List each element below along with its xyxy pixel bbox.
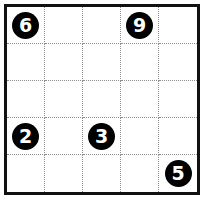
grid-cell-r5c5[interactable]: 5 xyxy=(159,155,197,192)
grid-cell-r4c5[interactable] xyxy=(159,118,197,155)
grid-cell-r3c1[interactable] xyxy=(7,81,45,118)
clue-circle: 5 xyxy=(165,160,192,187)
clue-circle: 3 xyxy=(88,123,115,150)
grid-cell-r1c2[interactable] xyxy=(45,7,83,44)
grid-cell-r3c2[interactable] xyxy=(45,81,83,118)
grid-cell-r4c2[interactable] xyxy=(45,118,83,155)
grid-cell-r3c4[interactable] xyxy=(121,81,159,118)
grid-cell-r4c4[interactable] xyxy=(121,118,159,155)
grid-cell-r2c3[interactable] xyxy=(83,44,121,81)
clue-circle: 2 xyxy=(12,123,39,150)
clue-circle: 9 xyxy=(126,12,153,39)
kuromasu-board: 69235 xyxy=(4,4,200,195)
grid-cell-r2c1[interactable] xyxy=(7,44,45,81)
puzzle-page: 69235 xyxy=(0,0,205,199)
grid-cell-r5c4[interactable] xyxy=(121,155,159,192)
grid-cell-r2c2[interactable] xyxy=(45,44,83,81)
grid-cell-r4c1[interactable]: 2 xyxy=(7,118,45,155)
grid-cell-r3c5[interactable] xyxy=(159,81,197,118)
grid-cell-r1c5[interactable] xyxy=(159,7,197,44)
grid-cell-r2c5[interactable] xyxy=(159,44,197,81)
grid-cell-r4c3[interactable]: 3 xyxy=(83,118,121,155)
grid-cell-r1c4[interactable]: 9 xyxy=(121,7,159,44)
clue-circle: 6 xyxy=(12,12,39,39)
grid-cell-r5c2[interactable] xyxy=(45,155,83,192)
grid-cell-r1c1[interactable]: 6 xyxy=(7,7,45,44)
grid-cell-r2c4[interactable] xyxy=(121,44,159,81)
grid-cell-r5c1[interactable] xyxy=(7,155,45,192)
grid-cell-r1c3[interactable] xyxy=(83,7,121,44)
grid-cell-r5c3[interactable] xyxy=(83,155,121,192)
grid-cell-r3c3[interactable] xyxy=(83,81,121,118)
